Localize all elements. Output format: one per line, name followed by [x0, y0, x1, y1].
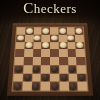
- game-title: Checkers: [0, 1, 100, 16]
- square-r7c7[interactable]: [68, 73, 77, 82]
- square-r5c2[interactable]: [23, 57, 32, 65]
- light-checker-piece[interactable]: [43, 28, 49, 33]
- square-r1c6[interactable]: [58, 27, 66, 34]
- square-r4c6[interactable]: [59, 49, 68, 57]
- square-r4c5[interactable]: [50, 49, 59, 57]
- square-r5c5[interactable]: [50, 57, 59, 65]
- dark-checker-piece[interactable]: [15, 66, 22, 72]
- board-grid: [11, 27, 88, 92]
- dark-checker-piece[interactable]: [69, 66, 76, 72]
- square-r8c3[interactable]: [31, 82, 41, 91]
- light-checker-piece[interactable]: [26, 28, 33, 33]
- square-r5c4[interactable]: [41, 57, 50, 65]
- square-r4c7[interactable]: [67, 49, 76, 57]
- board-frame: [7, 23, 93, 95]
- square-r6c2[interactable]: [23, 65, 32, 73]
- square-r6c5[interactable]: [50, 65, 59, 73]
- square-r8c4[interactable]: [41, 82, 50, 91]
- square-r1c5[interactable]: [50, 27, 58, 34]
- square-r3c5[interactable]: [50, 42, 59, 50]
- square-r3c2[interactable]: [24, 42, 33, 50]
- light-checker-piece[interactable]: [34, 35, 41, 41]
- square-r8c7[interactable]: [68, 82, 78, 91]
- square-r5c3[interactable]: [32, 57, 41, 65]
- light-checker-piece[interactable]: [59, 42, 66, 48]
- square-r8c6[interactable]: [59, 82, 69, 91]
- dark-checker-piece[interactable]: [60, 74, 67, 81]
- square-r1c2[interactable]: [25, 27, 34, 34]
- square-r4c3[interactable]: [33, 49, 42, 57]
- square-r7c4[interactable]: [41, 73, 50, 82]
- light-checker-piece[interactable]: [68, 35, 75, 41]
- square-r5c7[interactable]: [68, 57, 77, 65]
- square-r6c6[interactable]: [59, 65, 68, 73]
- square-r6c4[interactable]: [41, 65, 50, 73]
- square-r2c3[interactable]: [33, 34, 42, 41]
- dark-checker-piece[interactable]: [42, 74, 49, 81]
- square-r3c6[interactable]: [58, 42, 67, 50]
- dark-checker-piece[interactable]: [51, 83, 58, 90]
- square-r2c2[interactable]: [25, 34, 34, 41]
- square-r3c4[interactable]: [41, 42, 50, 50]
- square-r6c8[interactable]: [77, 65, 86, 73]
- square-r1c8[interactable]: [75, 27, 84, 34]
- square-r4c8[interactable]: [76, 49, 85, 57]
- dark-checker-piece[interactable]: [32, 83, 39, 90]
- light-checker-piece[interactable]: [17, 35, 24, 41]
- light-checker-piece[interactable]: [76, 28, 83, 33]
- square-r7c3[interactable]: [32, 73, 41, 82]
- square-r2c6[interactable]: [58, 34, 67, 41]
- square-r2c4[interactable]: [42, 34, 50, 41]
- dark-checker-piece[interactable]: [51, 66, 58, 72]
- square-r8c8[interactable]: [78, 82, 88, 91]
- dark-checker-piece[interactable]: [69, 83, 77, 90]
- square-r2c8[interactable]: [75, 34, 84, 41]
- light-checker-piece[interactable]: [51, 35, 58, 41]
- dark-checker-piece[interactable]: [78, 74, 86, 81]
- square-r8c2[interactable]: [22, 82, 32, 91]
- dark-checker-piece[interactable]: [14, 83, 22, 90]
- dark-checker-piece[interactable]: [23, 74, 30, 81]
- checkers-app: Checkers: [0, 0, 100, 100]
- light-checker-piece[interactable]: [59, 28, 66, 33]
- square-r4c4[interactable]: [41, 49, 50, 57]
- square-r6c7[interactable]: [68, 65, 77, 73]
- square-r4c2[interactable]: [24, 49, 33, 57]
- square-r7c2[interactable]: [22, 73, 31, 82]
- square-r2c5[interactable]: [50, 34, 58, 41]
- light-checker-piece[interactable]: [76, 42, 83, 48]
- square-r1c4[interactable]: [42, 27, 50, 34]
- square-r7c5[interactable]: [50, 73, 59, 82]
- square-r7c8[interactable]: [77, 73, 87, 82]
- square-r6c3[interactable]: [32, 65, 41, 73]
- square-r3c8[interactable]: [75, 42, 84, 50]
- square-r7c6[interactable]: [59, 73, 68, 82]
- square-r7c1[interactable]: [13, 73, 23, 82]
- square-r3c3[interactable]: [33, 42, 42, 50]
- dark-checker-piece[interactable]: [33, 66, 40, 72]
- square-r6c1[interactable]: [14, 65, 23, 73]
- square-r5c6[interactable]: [59, 57, 68, 65]
- light-checker-piece[interactable]: [42, 42, 49, 48]
- square-r1c3[interactable]: [33, 27, 41, 34]
- square-r5c8[interactable]: [76, 57, 85, 65]
- square-r8c1[interactable]: [13, 82, 23, 91]
- light-checker-piece[interactable]: [25, 42, 32, 48]
- square-r8c5[interactable]: [50, 82, 59, 91]
